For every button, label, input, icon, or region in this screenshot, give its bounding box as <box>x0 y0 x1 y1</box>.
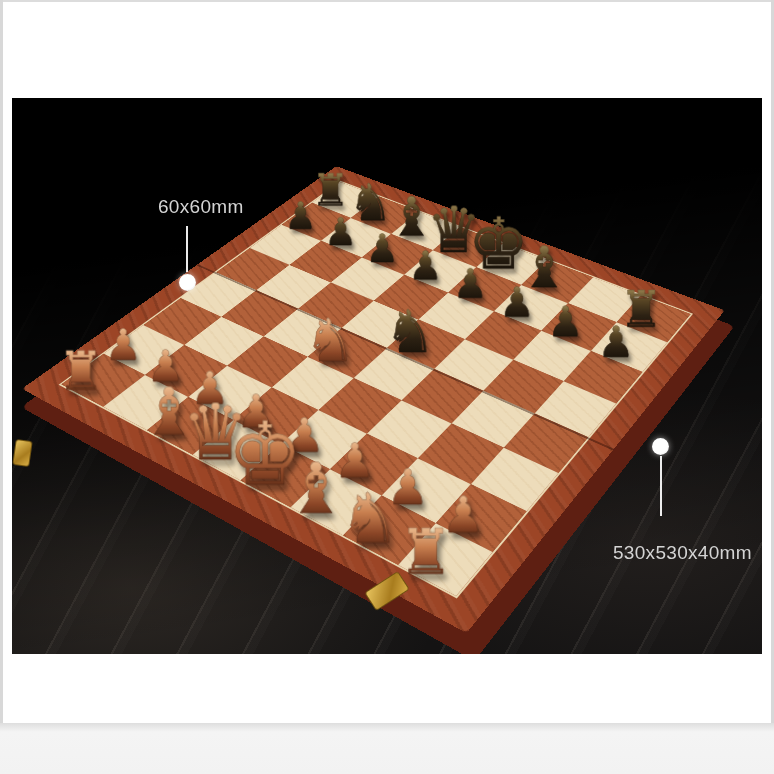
black-pawn: ♟ <box>366 230 399 267</box>
product-photo: ♜♞♝♛♚♝♜♟♟♟♟♟♟♟♟♞♞♟♟♟♟♟♟♟♟♜♝♛♚♝♞♜ 60x60mm… <box>12 98 762 654</box>
white-rook: ♜ <box>58 346 104 397</box>
square-size-label: 60x60mm <box>158 196 244 218</box>
page-top-border <box>0 0 774 2</box>
white-bishop: ♝ <box>286 457 346 523</box>
black-pawn: ♟ <box>547 302 583 342</box>
square-h4 <box>504 413 588 473</box>
black-pawn: ♟ <box>499 283 534 322</box>
page-left-border <box>0 0 3 726</box>
board-size-label: 530x530x40mm <box>613 542 752 564</box>
square-size-callout-dot <box>179 274 196 291</box>
black-pawn: ♟ <box>453 265 488 303</box>
board-scene: ♜♞♝♛♚♝♜♟♟♟♟♟♟♟♟♞♞♟♟♟♟♟♟♟♟♜♝♛♚♝♞♜ <box>12 98 762 654</box>
board-grid: ♜♞♝♛♚♝♜♟♟♟♟♟♟♟♟♞♞♟♟♟♟♟♟♟♟♜♝♛♚♝♞♜ <box>59 181 693 599</box>
black-pawn: ♟ <box>284 198 316 234</box>
white-pawn: ♟ <box>105 325 142 366</box>
black-pawn: ♟ <box>324 214 357 250</box>
white-rook: ♜ <box>399 523 453 582</box>
board-size-callout-dot <box>652 438 669 455</box>
black-pawn: ♟ <box>408 247 442 284</box>
gold-clasp-left <box>12 439 32 467</box>
black-rook: ♜ <box>312 170 350 212</box>
black-knight: ♞ <box>385 304 435 359</box>
white-knight: ♞ <box>340 486 400 552</box>
board-size-callout-line <box>660 456 662 516</box>
black-pawn: ♟ <box>598 322 635 363</box>
square-size-callout-line <box>186 226 188 272</box>
page: ♜♞♝♛♚♝♜♟♟♟♟♟♟♟♟♞♞♟♟♟♟♟♟♟♟♜♝♛♚♝♞♜ 60x60mm… <box>0 0 774 774</box>
page-bottom-band <box>0 723 774 774</box>
white-knight: ♞ <box>305 313 356 369</box>
